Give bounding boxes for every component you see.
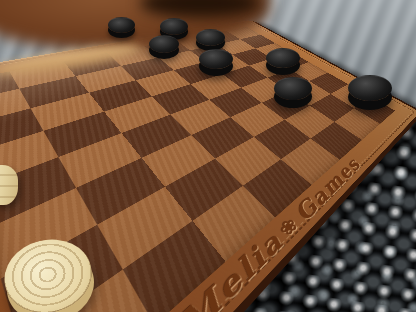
black-checker[interactable]	[199, 49, 233, 69]
photo-canvas: Melia ❀ Games	[0, 0, 416, 312]
black-checker[interactable]	[266, 48, 300, 68]
black-checker[interactable]	[196, 29, 225, 46]
black-checker[interactable]	[274, 77, 312, 100]
black-checker[interactable]	[149, 35, 179, 53]
black-checker[interactable]	[348, 75, 392, 101]
black-checker[interactable]	[160, 18, 188, 35]
black-checker[interactable]	[108, 17, 135, 33]
